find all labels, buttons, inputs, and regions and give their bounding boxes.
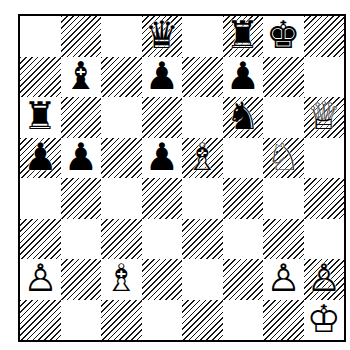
piece-black-rook-a6[interactable]: ♜ (23, 97, 57, 135)
piece-white-pawn-a2[interactable]: ♙ (23, 259, 57, 297)
square-f5[interactable] (223, 138, 264, 179)
square-e1[interactable] (182, 300, 223, 341)
square-f2[interactable] (223, 259, 264, 300)
square-a6[interactable]: ♜ (20, 97, 61, 138)
square-f7[interactable]: ♟ (223, 57, 264, 98)
square-f1[interactable] (223, 300, 264, 341)
square-a1[interactable] (20, 300, 61, 341)
piece-white-pawn-h2[interactable]: ♙ (307, 259, 341, 297)
piece-black-pawn-d5[interactable]: ♟ (145, 138, 179, 176)
square-h6[interactable]: ♕ (304, 97, 345, 138)
square-h1[interactable]: ♔ (304, 300, 345, 341)
square-g4[interactable] (263, 178, 304, 219)
square-c7[interactable] (101, 57, 142, 98)
square-d1[interactable] (142, 300, 183, 341)
square-e5[interactable]: ♗ (182, 138, 223, 179)
piece-black-rook-f8[interactable]: ♜ (226, 16, 260, 54)
chess-board: ♛♜♚♝♟♟♜♞♕♟♟♟♗♘♙♗♙♙♔ (18, 14, 346, 342)
square-b2[interactable] (61, 259, 102, 300)
square-b5[interactable]: ♟ (61, 138, 102, 179)
square-b7[interactable]: ♝ (61, 57, 102, 98)
piece-white-queen-h6[interactable]: ♕ (307, 97, 341, 135)
square-a4[interactable] (20, 178, 61, 219)
piece-black-queen-d8[interactable]: ♛ (145, 16, 179, 54)
square-f8[interactable]: ♜ (223, 16, 264, 57)
square-g6[interactable] (263, 97, 304, 138)
square-h5[interactable] (304, 138, 345, 179)
square-c6[interactable] (101, 97, 142, 138)
piece-white-pawn-g2[interactable]: ♙ (266, 259, 300, 297)
piece-white-king-h1[interactable]: ♔ (307, 300, 341, 338)
square-e2[interactable] (182, 259, 223, 300)
square-f6[interactable]: ♞ (223, 97, 264, 138)
piece-white-knight-g5[interactable]: ♘ (266, 138, 300, 176)
square-e6[interactable] (182, 97, 223, 138)
square-c5[interactable] (101, 138, 142, 179)
square-b8[interactable] (61, 16, 102, 57)
square-d3[interactable] (142, 219, 183, 260)
square-c1[interactable] (101, 300, 142, 341)
square-h7[interactable] (304, 57, 345, 98)
square-b4[interactable] (61, 178, 102, 219)
square-g5[interactable]: ♘ (263, 138, 304, 179)
square-d4[interactable] (142, 178, 183, 219)
piece-black-bishop-b7[interactable]: ♝ (64, 57, 98, 95)
square-c2[interactable]: ♗ (101, 259, 142, 300)
square-g3[interactable] (263, 219, 304, 260)
piece-white-bishop-c2[interactable]: ♗ (104, 259, 138, 297)
square-g2[interactable]: ♙ (263, 259, 304, 300)
square-a5[interactable]: ♟ (20, 138, 61, 179)
piece-black-pawn-d7[interactable]: ♟ (145, 57, 179, 95)
square-b1[interactable] (61, 300, 102, 341)
square-e7[interactable] (182, 57, 223, 98)
square-c8[interactable] (101, 16, 142, 57)
square-h2[interactable]: ♙ (304, 259, 345, 300)
piece-black-knight-f6[interactable]: ♞ (226, 97, 260, 135)
square-d8[interactable]: ♛ (142, 16, 183, 57)
piece-black-pawn-f7[interactable]: ♟ (226, 57, 260, 95)
piece-white-bishop-e5[interactable]: ♗ (185, 138, 219, 176)
square-d5[interactable]: ♟ (142, 138, 183, 179)
square-g8[interactable]: ♚ (263, 16, 304, 57)
square-d6[interactable] (142, 97, 183, 138)
square-f3[interactable] (223, 219, 264, 260)
piece-black-pawn-b5[interactable]: ♟ (64, 138, 98, 176)
square-a2[interactable]: ♙ (20, 259, 61, 300)
square-e8[interactable] (182, 16, 223, 57)
piece-black-pawn-a5[interactable]: ♟ (23, 138, 57, 176)
square-h3[interactable] (304, 219, 345, 260)
square-a8[interactable] (20, 16, 61, 57)
square-d2[interactable] (142, 259, 183, 300)
square-h8[interactable] (304, 16, 345, 57)
square-a7[interactable] (20, 57, 61, 98)
square-a3[interactable] (20, 219, 61, 260)
square-b3[interactable] (61, 219, 102, 260)
square-e3[interactable] (182, 219, 223, 260)
square-d7[interactable]: ♟ (142, 57, 183, 98)
piece-black-king-g8[interactable]: ♚ (266, 16, 300, 54)
square-g7[interactable] (263, 57, 304, 98)
square-f4[interactable] (223, 178, 264, 219)
square-g1[interactable] (263, 300, 304, 341)
square-h4[interactable] (304, 178, 345, 219)
square-c3[interactable] (101, 219, 142, 260)
square-c4[interactable] (101, 178, 142, 219)
square-b6[interactable] (61, 97, 102, 138)
square-e4[interactable] (182, 178, 223, 219)
